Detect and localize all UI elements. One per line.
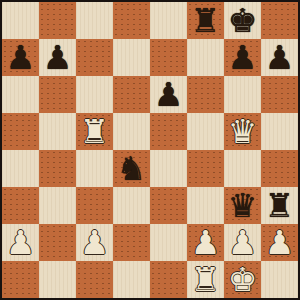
square-c7[interactable] [76,39,113,76]
square-h3[interactable]: ♜ [261,187,298,224]
piece-black-pawn[interactable]: ♟ [228,41,258,74]
square-c5[interactable]: ♜ [76,113,113,150]
piece-white-queen[interactable]: ♛ [228,115,258,148]
square-f4[interactable] [187,150,224,187]
square-b7[interactable]: ♟ [39,39,76,76]
square-b2[interactable] [39,224,76,261]
square-d6[interactable] [113,76,150,113]
piece-white-pawn[interactable]: ♟ [6,226,36,259]
square-c8[interactable] [76,2,113,39]
square-f3[interactable] [187,187,224,224]
square-c4[interactable] [76,150,113,187]
square-b5[interactable] [39,113,76,150]
square-d5[interactable] [113,113,150,150]
square-d7[interactable] [113,39,150,76]
square-h6[interactable] [261,76,298,113]
square-b3[interactable] [39,187,76,224]
square-a5[interactable] [2,113,39,150]
piece-black-queen[interactable]: ♛ [228,189,258,222]
square-f7[interactable] [187,39,224,76]
piece-black-pawn[interactable]: ♟ [265,41,295,74]
square-a8[interactable] [2,2,39,39]
square-g6[interactable] [224,76,261,113]
square-c6[interactable] [76,76,113,113]
square-g7[interactable]: ♟ [224,39,261,76]
chess-board: ♜♚♟♟♟♟♟♜♛♞♛♜♟♟♟♟♟♜♚ [0,0,300,300]
square-d3[interactable] [113,187,150,224]
square-b8[interactable] [39,2,76,39]
square-f1[interactable]: ♜ [187,261,224,298]
piece-white-rook[interactable]: ♜ [191,263,221,296]
square-e3[interactable] [150,187,187,224]
square-f5[interactable] [187,113,224,150]
square-g5[interactable]: ♛ [224,113,261,150]
square-d8[interactable] [113,2,150,39]
square-f8[interactable]: ♜ [187,2,224,39]
piece-white-pawn[interactable]: ♟ [228,226,258,259]
piece-white-rook[interactable]: ♜ [80,115,110,148]
piece-black-rook[interactable]: ♜ [191,4,221,37]
square-g1[interactable]: ♚ [224,261,261,298]
piece-black-king[interactable]: ♚ [228,4,258,37]
square-e5[interactable] [150,113,187,150]
piece-white-pawn[interactable]: ♟ [80,226,110,259]
square-h8[interactable] [261,2,298,39]
piece-white-pawn[interactable]: ♟ [265,226,295,259]
square-h4[interactable] [261,150,298,187]
square-h2[interactable]: ♟ [261,224,298,261]
square-e7[interactable] [150,39,187,76]
piece-black-pawn[interactable]: ♟ [154,78,184,111]
square-e4[interactable] [150,150,187,187]
piece-black-rook[interactable]: ♜ [265,189,295,222]
square-e8[interactable] [150,2,187,39]
square-e6[interactable]: ♟ [150,76,187,113]
square-b4[interactable] [39,150,76,187]
square-e2[interactable] [150,224,187,261]
square-b6[interactable] [39,76,76,113]
piece-black-pawn[interactable]: ♟ [43,41,73,74]
square-d4[interactable]: ♞ [113,150,150,187]
square-a1[interactable] [2,261,39,298]
square-c2[interactable]: ♟ [76,224,113,261]
square-g8[interactable]: ♚ [224,2,261,39]
square-c3[interactable] [76,187,113,224]
square-d1[interactable] [113,261,150,298]
square-a7[interactable]: ♟ [2,39,39,76]
square-a6[interactable] [2,76,39,113]
square-f2[interactable]: ♟ [187,224,224,261]
square-a3[interactable] [2,187,39,224]
square-d2[interactable] [113,224,150,261]
square-h1[interactable] [261,261,298,298]
square-g2[interactable]: ♟ [224,224,261,261]
square-a2[interactable]: ♟ [2,224,39,261]
square-c1[interactable] [76,261,113,298]
square-a4[interactable] [2,150,39,187]
square-g4[interactable] [224,150,261,187]
piece-black-knight[interactable]: ♞ [117,152,147,185]
square-h7[interactable]: ♟ [261,39,298,76]
square-g3[interactable]: ♛ [224,187,261,224]
piece-white-king[interactable]: ♚ [228,263,258,296]
square-h5[interactable] [261,113,298,150]
piece-white-pawn[interactable]: ♟ [191,226,221,259]
square-e1[interactable] [150,261,187,298]
piece-black-pawn[interactable]: ♟ [6,41,36,74]
square-b1[interactable] [39,261,76,298]
square-f6[interactable] [187,76,224,113]
